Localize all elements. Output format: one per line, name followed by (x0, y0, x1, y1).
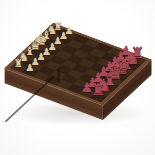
piece-layer: ♜♞♝♛♚♝♞♜♟♟♟♟♟♟♟♟♟♟♟♟♟♟♟♟♜♞♝♛♚♝♞♜ (0, 0, 155, 155)
chess-piece-cream-rook: ♜ (14, 58, 23, 69)
chess-piece-red-rook: ♜ (91, 83, 105, 99)
chess-piece-cream-pawn: ♟ (25, 63, 34, 73)
chess-set-photo: ♜♞♝♛♚♝♞♜♟♟♟♟♟♟♟♟♟♟♟♟♟♟♟♟♜♞♝♛♚♝♞♜ (0, 0, 155, 155)
